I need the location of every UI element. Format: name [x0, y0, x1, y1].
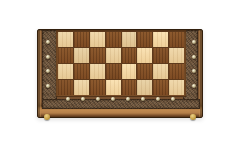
board-frame — [56, 30, 186, 97]
board-square-d6 — [106, 64, 121, 79]
board-square-d8 — [106, 32, 121, 47]
board-square-f6 — [137, 64, 152, 79]
brass-stud-bottom — [141, 97, 145, 101]
board-square-e8 — [122, 32, 137, 47]
brass-stud-bottom — [171, 97, 175, 101]
board-square-g7 — [153, 48, 168, 63]
board-square-e5 — [122, 80, 137, 95]
board-square-g6 — [153, 64, 168, 79]
board-square-h5 — [169, 80, 184, 95]
board-square-g8 — [153, 32, 168, 47]
brass-foot-right — [190, 114, 196, 120]
board-square-b7 — [74, 48, 89, 63]
board-square-a7 — [58, 48, 73, 63]
board-square-b5 — [74, 80, 89, 95]
board-square-a6 — [58, 64, 73, 79]
brass-stud-left — [46, 40, 50, 44]
chess-board — [58, 32, 184, 95]
board-square-c6 — [90, 64, 105, 79]
brass-stud-right — [192, 55, 196, 59]
board-square-h8 — [169, 32, 184, 47]
board-square-g5 — [153, 80, 168, 95]
board-square-h6 — [169, 64, 184, 79]
board-square-c5 — [90, 80, 105, 95]
board-square-f5 — [137, 80, 152, 95]
board-square-f7 — [137, 48, 152, 63]
brass-stud-bottom — [126, 97, 130, 101]
board-square-d5 — [106, 80, 121, 95]
board-square-b6 — [74, 64, 89, 79]
board-square-d7 — [106, 48, 121, 63]
board-square-c7 — [90, 48, 105, 63]
brass-stud-bottom — [81, 97, 85, 101]
chess-case — [37, 29, 203, 118]
board-square-e7 — [122, 48, 137, 63]
board-square-a5 — [58, 80, 73, 95]
brass-stud-right — [192, 40, 196, 44]
brass-stud-bottom — [111, 97, 115, 101]
brass-stud-bottom — [156, 97, 160, 101]
carved-border-bottom — [42, 99, 200, 109]
brass-stud-bottom — [96, 97, 100, 101]
board-square-h7 — [169, 48, 184, 63]
photo-canvas — [0, 0, 240, 150]
board-square-f8 — [137, 32, 152, 47]
board-square-a8 — [58, 32, 73, 47]
brass-stud-bottom — [66, 97, 70, 101]
board-square-c8 — [90, 32, 105, 47]
brass-stud-left — [46, 55, 50, 59]
board-square-b8 — [74, 32, 89, 47]
board-square-e6 — [122, 64, 137, 79]
brass-foot-left — [44, 114, 50, 120]
